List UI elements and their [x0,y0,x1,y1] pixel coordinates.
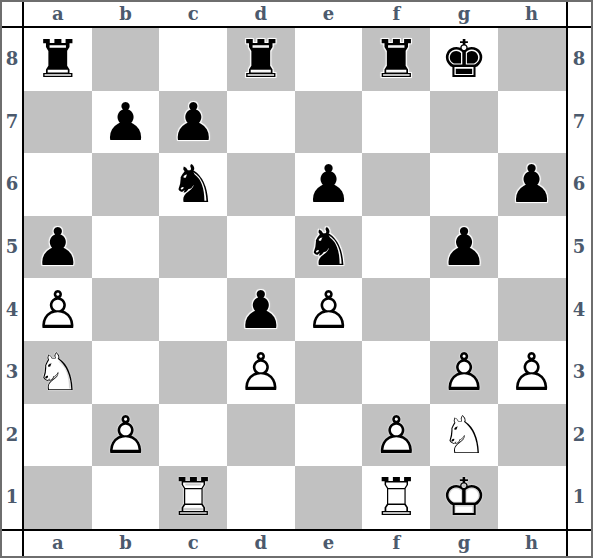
piece-black-pawn[interactable]: ♟ [498,153,566,216]
square-h7[interactable] [498,91,566,154]
rank-label-right-5: 5 [566,216,591,279]
square-g6[interactable] [430,153,498,216]
square-h4[interactable] [498,278,566,341]
piece-black-pawn[interactable]: ♟ [430,216,498,279]
rank-label-right-7: 7 [566,91,591,154]
file-label-bottom-d: d [227,529,295,556]
square-h3[interactable]: ♟♙ [498,341,566,404]
piece-outline-layer: ♙ [362,404,430,467]
piece-glyph: ♟ [227,278,295,341]
square-c8[interactable] [159,28,227,91]
piece-glyph: ♟ [24,216,92,279]
piece-black-rook[interactable]: ♜ [362,28,430,91]
square-f3[interactable] [362,341,430,404]
piece-glyph: ♟ [498,153,566,216]
file-label-top-a: a [24,2,92,28]
piece-outline-layer: ♖ [159,466,227,529]
piece-black-pawn[interactable]: ♟ [227,278,295,341]
piece-glyph: ♞ [295,216,363,279]
square-d8[interactable]: ♜ [227,28,295,91]
square-a7[interactable] [24,91,92,154]
square-f2[interactable]: ♟♙ [362,404,430,467]
piece-glyph: ♚ [430,28,498,91]
square-a8[interactable]: ♜ [24,28,92,91]
file-label-bottom-h: h [498,529,566,556]
piece-white-rook[interactable]: ♜♖ [159,466,227,529]
chessboard: abcdefgh8♜♜♜♚87♟♟76♞♟♟65♟♞♟54♟♙♟♟♙43♞♘♟♙… [0,0,593,558]
square-b4[interactable] [92,278,160,341]
corner-cell [566,2,591,28]
piece-black-knight[interactable]: ♞ [295,216,363,279]
rank-label-left-8: 8 [2,28,24,91]
file-label-top-e: e [295,2,363,28]
piece-outline-layer: ♙ [227,341,295,404]
square-d5[interactable] [227,216,295,279]
rank-label-left-2: 2 [2,404,24,467]
file-label-top-f: f [362,2,430,28]
piece-black-rook[interactable]: ♜ [227,28,295,91]
corner-cell [566,529,591,556]
square-d6[interactable] [227,153,295,216]
rank-label-left-6: 6 [2,153,24,216]
square-a1[interactable] [24,466,92,529]
square-c7[interactable]: ♟ [159,91,227,154]
piece-outline-layer: ♙ [295,278,363,341]
piece-white-knight[interactable]: ♞♘ [24,341,92,404]
square-e1[interactable] [295,466,363,529]
square-a2[interactable] [24,404,92,467]
file-label-top-c: c [159,2,227,28]
piece-black-pawn[interactable]: ♟ [295,153,363,216]
square-c5[interactable] [159,216,227,279]
piece-glyph: ♜ [227,28,295,91]
piece-outline-layer: ♔ [430,466,498,529]
piece-glyph: ♟ [92,91,160,154]
square-c6[interactable]: ♞ [159,153,227,216]
square-d2[interactable] [227,404,295,467]
file-label-bottom-e: e [295,529,363,556]
piece-glyph: ♟ [430,216,498,279]
rank-label-right-8: 8 [566,28,591,91]
piece-outline-layer: ♘ [24,341,92,404]
piece-outline-layer: ♙ [430,341,498,404]
file-label-bottom-c: c [159,529,227,556]
square-f4[interactable] [362,278,430,341]
square-g5[interactable]: ♟ [430,216,498,279]
square-e2[interactable] [295,404,363,467]
rank-label-right-2: 2 [566,404,591,467]
square-b7[interactable]: ♟ [92,91,160,154]
rank-label-right-4: 4 [566,278,591,341]
square-c2[interactable] [159,404,227,467]
square-a4[interactable]: ♟♙ [24,278,92,341]
piece-white-pawn[interactable]: ♟♙ [24,278,92,341]
square-c3[interactable] [159,341,227,404]
square-h8[interactable] [498,28,566,91]
square-e6[interactable]: ♟ [295,153,363,216]
corner-cell [2,529,24,556]
piece-glyph: ♟ [159,91,227,154]
square-e7[interactable] [295,91,363,154]
square-g2[interactable]: ♞♘ [430,404,498,467]
square-g8[interactable]: ♚ [430,28,498,91]
page: abcdefgh8♜♜♜♚87♟♟76♞♟♟65♟♞♟54♟♙♟♟♙43♞♘♟♙… [0,0,595,559]
file-label-top-d: d [227,2,295,28]
piece-white-rook[interactable]: ♜♖ [362,466,430,529]
file-label-top-g: g [430,2,498,28]
file-label-bottom-a: a [24,529,92,556]
square-b6[interactable] [92,153,160,216]
piece-black-king[interactable]: ♚ [430,28,498,91]
rank-label-left-1: 1 [2,466,24,529]
rank-label-right-1: 1 [566,466,591,529]
square-g1[interactable]: ♚♔ [430,466,498,529]
piece-white-pawn[interactable]: ♟♙ [92,404,160,467]
file-label-bottom-f: f [362,529,430,556]
square-g4[interactable] [430,278,498,341]
file-label-bottom-g: g [430,529,498,556]
square-f8[interactable]: ♜ [362,28,430,91]
square-b8[interactable] [92,28,160,91]
square-f5[interactable] [362,216,430,279]
rank-label-left-4: 4 [2,278,24,341]
piece-outline-layer: ♙ [498,341,566,404]
piece-glyph: ♟ [295,153,363,216]
piece-white-pawn[interactable]: ♟♙ [295,278,363,341]
piece-glyph: ♞ [159,153,227,216]
piece-white-king[interactable]: ♚♔ [430,466,498,529]
square-h5[interactable] [498,216,566,279]
rank-label-left-5: 5 [2,216,24,279]
square-g7[interactable] [430,91,498,154]
rank-label-left-7: 7 [2,91,24,154]
square-f7[interactable] [362,91,430,154]
square-g3[interactable]: ♟♙ [430,341,498,404]
piece-white-pawn[interactable]: ♟♙ [498,341,566,404]
rank-label-right-6: 6 [566,153,591,216]
corner-cell [2,2,24,28]
square-b2[interactable]: ♟♙ [92,404,160,467]
file-label-bottom-b: b [92,529,160,556]
square-e8[interactable] [295,28,363,91]
square-c1[interactable]: ♜♖ [159,466,227,529]
piece-black-rook[interactable]: ♜ [24,28,92,91]
piece-white-pawn[interactable]: ♟♙ [430,341,498,404]
rank-label-left-3: 3 [2,341,24,404]
piece-black-knight[interactable]: ♞ [159,153,227,216]
piece-glyph: ♜ [24,28,92,91]
piece-white-knight[interactable]: ♞♘ [430,404,498,467]
piece-white-pawn[interactable]: ♟♙ [227,341,295,404]
square-h6[interactable]: ♟ [498,153,566,216]
square-b3[interactable] [92,341,160,404]
file-label-top-h: h [498,2,566,28]
square-e5[interactable]: ♞ [295,216,363,279]
piece-black-pawn[interactable]: ♟ [24,216,92,279]
square-h1[interactable] [498,466,566,529]
square-e4[interactable]: ♟♙ [295,278,363,341]
square-d4[interactable]: ♟ [227,278,295,341]
piece-outline-layer: ♙ [92,404,160,467]
square-b5[interactable] [92,216,160,279]
square-a6[interactable] [24,153,92,216]
piece-glyph: ♜ [362,28,430,91]
piece-black-pawn[interactable]: ♟ [92,91,160,154]
piece-white-pawn[interactable]: ♟♙ [362,404,430,467]
square-c4[interactable] [159,278,227,341]
file-label-top-b: b [92,2,160,28]
square-h2[interactable] [498,404,566,467]
square-b1[interactable] [92,466,160,529]
rank-label-right-3: 3 [566,341,591,404]
square-e3[interactable] [295,341,363,404]
square-d1[interactable] [227,466,295,529]
square-d7[interactable] [227,91,295,154]
square-a5[interactable]: ♟ [24,216,92,279]
square-f6[interactable] [362,153,430,216]
piece-outline-layer: ♘ [430,404,498,467]
square-a3[interactable]: ♞♘ [24,341,92,404]
piece-outline-layer: ♙ [24,278,92,341]
square-d3[interactable]: ♟♙ [227,341,295,404]
piece-outline-layer: ♖ [362,466,430,529]
piece-black-pawn[interactable]: ♟ [159,91,227,154]
square-f1[interactable]: ♜♖ [362,466,430,529]
